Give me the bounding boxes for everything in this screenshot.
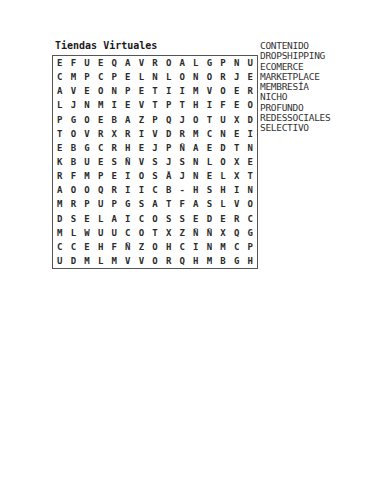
grid-cell[interactable]: C — [243, 211, 257, 225]
grid-cell[interactable]: M — [94, 98, 108, 112]
grid-cell[interactable]: U — [216, 113, 230, 127]
grid-cell[interactable]: V — [203, 84, 217, 98]
grid-cell[interactable]: A — [121, 56, 135, 70]
grid-cell[interactable]: F — [107, 240, 121, 254]
word-list: CONTENIDODROPSHIPPINGECOMERCEMARKETPLACE… — [260, 41, 330, 134]
grid-cell[interactable]: D — [243, 113, 257, 127]
grid-cell[interactable]: M — [67, 70, 81, 84]
grid-cell[interactable]: R — [107, 183, 121, 197]
grid-cell[interactable]: Ñ — [175, 141, 189, 155]
grid-cell[interactable]: O — [67, 183, 81, 197]
grid-cell[interactable]: C — [94, 70, 108, 84]
grid-cell[interactable]: M — [53, 226, 67, 240]
grid-cell[interactable]: U — [80, 155, 94, 169]
grid-cell[interactable]: E — [94, 113, 108, 127]
grid-cell[interactable]: A — [189, 197, 203, 211]
grid-cell[interactable]: T — [243, 169, 257, 183]
grid-cell[interactable]: H — [162, 240, 176, 254]
grid-cell[interactable]: M — [203, 254, 217, 268]
grid-cell[interactable]: N — [216, 127, 230, 141]
grid-cell[interactable]: Z — [175, 226, 189, 240]
grid-cell[interactable]: N — [189, 155, 203, 169]
grid-cell[interactable]: L — [94, 254, 108, 268]
grid-cell[interactable]: N — [189, 70, 203, 84]
grid-cell[interactable]: R — [107, 141, 121, 155]
grid-cell[interactable]: I — [121, 169, 135, 183]
grid-cell[interactable]: R — [67, 197, 81, 211]
grid-cell[interactable]: E — [53, 56, 67, 70]
grid-cell[interactable]: N — [80, 98, 94, 112]
grid-cell[interactable]: C — [230, 240, 244, 254]
grid-cell[interactable]: T — [148, 84, 162, 98]
grid-cell[interactable]: I — [175, 84, 189, 98]
grid-cell[interactable]: T — [53, 127, 67, 141]
grid-cell[interactable]: C — [135, 211, 149, 225]
grid-cell[interactable]: B — [67, 155, 81, 169]
grid-cell[interactable]: I — [121, 211, 135, 225]
grid-cell[interactable]: O — [94, 84, 108, 98]
grid-cell[interactable]: E — [135, 84, 149, 98]
grid-cell[interactable]: A — [148, 197, 162, 211]
grid-cell[interactable]: S — [135, 197, 149, 211]
grid-cell[interactable]: Q — [175, 254, 189, 268]
grid-cell[interactable]: S — [162, 211, 176, 225]
grid-cell[interactable]: N — [230, 56, 244, 70]
grid-cell[interactable]: V — [135, 56, 149, 70]
grid-cell[interactable]: V — [230, 197, 244, 211]
grid-cell[interactable]: L — [67, 226, 81, 240]
grid-cell[interactable]: S — [148, 155, 162, 169]
grid-cell[interactable]: N — [243, 141, 257, 155]
grid-cell[interactable]: S — [67, 211, 81, 225]
grid-cell[interactable]: A — [53, 84, 67, 98]
grid-cell[interactable]: E — [230, 98, 244, 112]
grid-cell[interactable]: X — [107, 127, 121, 141]
grid-cell[interactable]: J — [162, 155, 176, 169]
grid-cell[interactable]: O — [148, 211, 162, 225]
grid-cell[interactable]: C — [121, 226, 135, 240]
grid-cell[interactable]: U — [94, 197, 108, 211]
grid-cell[interactable]: G — [80, 141, 94, 155]
grid-cell[interactable]: O — [80, 183, 94, 197]
grid-cell[interactable]: V — [80, 127, 94, 141]
grid-cell[interactable]: M — [107, 254, 121, 268]
grid-cell[interactable]: Ñ — [121, 240, 135, 254]
grid-cell[interactable]: V — [135, 98, 149, 112]
grid-cell[interactable]: Ñ — [121, 155, 135, 169]
grid-cell[interactable]: T — [162, 197, 176, 211]
grid-cell[interactable]: E — [243, 155, 257, 169]
grid-cell[interactable]: X — [216, 226, 230, 240]
grid-cell[interactable]: E — [53, 141, 67, 155]
grid-cell[interactable]: O — [80, 113, 94, 127]
grid-cell[interactable]: O — [148, 254, 162, 268]
grid-cell[interactable]: O — [216, 155, 230, 169]
grid-cell[interactable]: B — [107, 113, 121, 127]
grid-cell[interactable]: C — [67, 240, 81, 254]
grid-cell[interactable]: F — [175, 197, 189, 211]
grid-cell[interactable]: K — [53, 155, 67, 169]
word-search-grid: EFUEQAVROALGPNUCMPCPELNLONORJEAVEONPETII… — [52, 55, 258, 269]
grid-cell[interactable]: Q — [107, 56, 121, 70]
grid-cell[interactable]: E — [230, 84, 244, 98]
grid-cell[interactable]: O — [135, 169, 149, 183]
grid-cell[interactable]: V — [121, 254, 135, 268]
grid-cell[interactable]: O — [135, 226, 149, 240]
grid-cell[interactable]: H — [189, 183, 203, 197]
grid-cell[interactable]: H — [94, 240, 108, 254]
grid-cell[interactable]: T — [148, 226, 162, 240]
grid-cell[interactable]: U — [243, 56, 257, 70]
grid-cell[interactable]: E — [189, 211, 203, 225]
grid-cell[interactable]: A — [107, 211, 121, 225]
grid-cell[interactable]: E — [80, 211, 94, 225]
grid-cell[interactable]: O — [203, 70, 217, 84]
grid-cell[interactable]: D — [216, 141, 230, 155]
grid-cell[interactable]: H — [189, 254, 203, 268]
grid-cell[interactable]: Q — [162, 113, 176, 127]
grid-cell[interactable]: I — [107, 98, 121, 112]
grid-cell[interactable]: S — [203, 197, 217, 211]
grid-cell[interactable]: P — [53, 113, 67, 127]
grid-cell[interactable]: L — [189, 56, 203, 70]
grid-cell[interactable]: Q — [94, 183, 108, 197]
grid-cell[interactable]: N — [107, 84, 121, 98]
grid-cell[interactable]: N — [203, 240, 217, 254]
grid-cell[interactable]: D — [53, 211, 67, 225]
grid-cell[interactable]: R — [94, 127, 108, 141]
grid-cell[interactable]: D — [203, 211, 217, 225]
grid-cell[interactable]: P — [243, 240, 257, 254]
grid-cell[interactable]: P — [80, 197, 94, 211]
grid-cell[interactable]: P — [107, 70, 121, 84]
grid-cell[interactable]: I — [203, 98, 217, 112]
grid-cell[interactable]: E — [121, 70, 135, 84]
grid-cell[interactable]: O — [243, 197, 257, 211]
grid-cell[interactable]: I — [243, 127, 257, 141]
grid-cell[interactable]: D — [67, 254, 81, 268]
grid-cell[interactable]: J — [230, 70, 244, 84]
grid-cell[interactable]: I — [162, 84, 176, 98]
grid-cell[interactable]: L — [94, 211, 108, 225]
grid-cell[interactable]: Z — [135, 113, 149, 127]
grid-cell[interactable]: W — [80, 226, 94, 240]
grid-cell[interactable]: Ã — [162, 169, 176, 183]
grid-cell[interactable]: T — [230, 141, 244, 155]
grid-cell[interactable]: F — [216, 98, 230, 112]
grid-cell[interactable]: S — [175, 155, 189, 169]
grid-cell[interactable]: H — [243, 254, 257, 268]
grid-cell[interactable]: R — [230, 211, 244, 225]
grid-cell[interactable]: H — [121, 141, 135, 155]
grid-cell[interactable]: O — [148, 240, 162, 254]
grid-cell[interactable]: F — [67, 56, 81, 70]
grid-cell[interactable]: Z — [135, 240, 149, 254]
grid-cell[interactable]: C — [175, 240, 189, 254]
grid-cell[interactable]: S — [203, 183, 217, 197]
grid-cell[interactable]: B — [216, 254, 230, 268]
grid-cell[interactable]: N — [243, 183, 257, 197]
grid-cell[interactable]: O — [189, 113, 203, 127]
grid-cell[interactable]: R — [243, 84, 257, 98]
grid-cell[interactable]: C — [148, 183, 162, 197]
grid-cell[interactable]: M — [80, 254, 94, 268]
grid-cell[interactable]: G — [121, 197, 135, 211]
grid-cell[interactable]: E — [94, 56, 108, 70]
grid-cell[interactable]: P — [216, 56, 230, 70]
grid-cell[interactable]: E — [243, 70, 257, 84]
grid-cell[interactable]: C — [94, 141, 108, 155]
grid-cell[interactable]: V — [67, 84, 81, 98]
grid-cell[interactable]: O — [175, 70, 189, 84]
grid-cell[interactable]: S — [148, 169, 162, 183]
grid-cell[interactable]: R — [53, 169, 67, 183]
grid-cell[interactable]: O — [67, 127, 81, 141]
grid-cell[interactable]: S — [107, 155, 121, 169]
grid-cell[interactable]: E — [135, 141, 149, 155]
grid-cell[interactable]: V — [148, 127, 162, 141]
grid-cell[interactable]: E — [94, 155, 108, 169]
grid-cell[interactable]: J — [175, 113, 189, 127]
grid-cell[interactable]: C — [203, 127, 217, 141]
grid-cell[interactable]: D — [162, 127, 176, 141]
grid-cell[interactable]: M — [189, 127, 203, 141]
grid-cell[interactable]: F — [67, 169, 81, 183]
grid-cell[interactable]: J — [175, 169, 189, 183]
grid-cell[interactable]: X — [230, 169, 244, 183]
grid-cell[interactable]: I — [230, 183, 244, 197]
grid-cell[interactable]: G — [230, 254, 244, 268]
grid-cell[interactable]: S — [175, 211, 189, 225]
grid-cell[interactable]: G — [243, 226, 257, 240]
grid-cell[interactable]: M — [53, 197, 67, 211]
grid-cell[interactable]: U — [94, 226, 108, 240]
grid-cell[interactable]: L — [162, 70, 176, 84]
grid-cell[interactable]: N — [148, 70, 162, 84]
grid-cell[interactable]: P — [148, 113, 162, 127]
grid-cell[interactable]: I — [135, 183, 149, 197]
grid-cell[interactable]: M — [216, 240, 230, 254]
grid-cell[interactable]: X — [162, 226, 176, 240]
grid-cell[interactable]: R — [162, 254, 176, 268]
grid-cell[interactable]: Ñ — [203, 226, 217, 240]
grid-cell[interactable]: E — [107, 169, 121, 183]
grid-cell[interactable]: R — [216, 70, 230, 84]
grid-cell[interactable]: P — [107, 197, 121, 211]
grid-cell[interactable]: H — [216, 183, 230, 197]
grid-cell[interactable]: E — [203, 169, 217, 183]
grid-cell[interactable]: Ñ — [189, 226, 203, 240]
grid-cell[interactable]: E — [216, 211, 230, 225]
grid-cell[interactable]: X — [230, 155, 244, 169]
grid-cell[interactable]: O — [216, 84, 230, 98]
grid-cell[interactable]: E — [80, 84, 94, 98]
grid-cell[interactable]: J — [148, 141, 162, 155]
grid-cell[interactable]: X — [230, 113, 244, 127]
grid-cell[interactable]: G — [67, 113, 81, 127]
grid-cell[interactable]: R — [121, 127, 135, 141]
grid-cell[interactable]: E — [121, 98, 135, 112]
grid-cell[interactable]: U — [53, 254, 67, 268]
grid-cell[interactable]: G — [203, 56, 217, 70]
grid-cell[interactable]: A — [121, 113, 135, 127]
grid-cell[interactable]: U — [80, 56, 94, 70]
grid-cell[interactable]: C — [53, 70, 67, 84]
puzzle-title: Tiendas Virtuales — [55, 40, 157, 51]
grid-cell[interactable]: T — [175, 98, 189, 112]
grid-cell[interactable]: P — [162, 98, 176, 112]
grid-cell[interactable]: J — [67, 98, 81, 112]
grid-cell[interactable]: M — [80, 169, 94, 183]
grid-cell[interactable]: L — [216, 169, 230, 183]
grid-cell[interactable]: P — [94, 169, 108, 183]
grid-cell[interactable]: L — [135, 70, 149, 84]
grid-cell[interactable]: U — [107, 226, 121, 240]
grid-cell[interactable]: B — [162, 183, 176, 197]
grid-cell[interactable]: L — [53, 98, 67, 112]
grid-cell[interactable]: R — [175, 127, 189, 141]
grid-cell[interactable]: I — [121, 183, 135, 197]
grid-cell[interactable]: Q — [230, 226, 244, 240]
grid-cell[interactable]: R — [148, 56, 162, 70]
grid-cell[interactable]: I — [189, 240, 203, 254]
grid-cell[interactable]: P — [121, 84, 135, 98]
grid-cell[interactable]: P — [80, 70, 94, 84]
grid-cell[interactable]: L — [216, 197, 230, 211]
grid-cell[interactable]: V — [135, 155, 149, 169]
grid-cell[interactable]: V — [135, 254, 149, 268]
grid-cell[interactable]: A — [175, 56, 189, 70]
grid-cell[interactable]: I — [135, 127, 149, 141]
grid-cell[interactable]: C — [53, 240, 67, 254]
word-list-item: SELECTIVO — [260, 123, 330, 133]
grid-cell[interactable]: B — [67, 141, 81, 155]
grid-cell[interactable]: L — [203, 155, 217, 169]
grid-cell[interactable]: E — [230, 127, 244, 141]
grid-cell[interactable]: E — [203, 141, 217, 155]
grid-cell[interactable]: E — [80, 240, 94, 254]
grid-cell[interactable]: T — [203, 113, 217, 127]
grid-cell[interactable]: T — [148, 98, 162, 112]
grid-cell[interactable]: P — [162, 141, 176, 155]
grid-cell[interactable]: - — [175, 183, 189, 197]
grid-cell[interactable]: N — [189, 169, 203, 183]
grid-cell[interactable]: A — [53, 183, 67, 197]
grid-cell[interactable]: O — [243, 98, 257, 112]
grid-cell[interactable]: A — [189, 141, 203, 155]
grid-cell[interactable]: H — [189, 98, 203, 112]
grid-cell[interactable]: O — [162, 56, 176, 70]
grid-cell[interactable]: M — [189, 84, 203, 98]
